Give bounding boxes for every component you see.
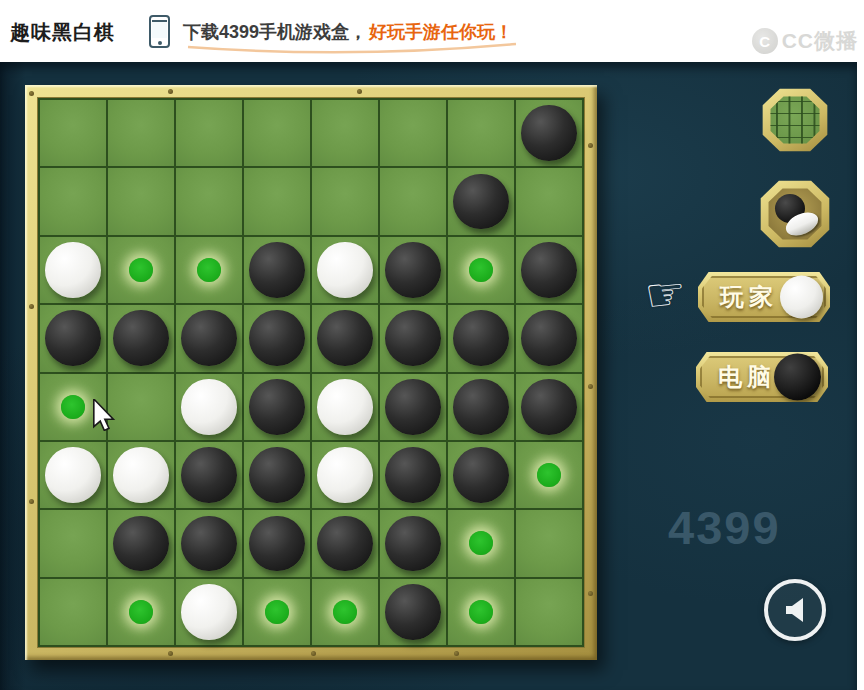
board-cell-r2c3[interactable] (176, 168, 242, 234)
frame-rivet (168, 89, 173, 94)
board-cell-r7c2[interactable] (108, 510, 174, 576)
board-cell-r7c8[interactable] (516, 510, 582, 576)
phone-home-dot (158, 41, 162, 45)
board-cell-r6c6[interactable] (380, 442, 446, 508)
black-piece (181, 447, 236, 503)
black-piece (385, 516, 440, 572)
black-piece (45, 310, 100, 366)
white-piece (317, 242, 372, 298)
board-cell-r1c2[interactable] (108, 100, 174, 166)
board-cell-r8c6[interactable] (380, 579, 446, 645)
board-cell-r1c8[interactable] (516, 100, 582, 166)
sound-button[interactable] (764, 579, 826, 641)
computer-label: 电脑 (718, 361, 776, 393)
legal-move-hint[interactable] (469, 600, 493, 624)
board-cell-r8c3[interactable] (176, 579, 242, 645)
black-piece (249, 242, 304, 298)
frame-rivet (357, 89, 362, 94)
board-cell-r2c8[interactable] (516, 168, 582, 234)
phone-screen (152, 20, 167, 38)
black-piece (385, 447, 440, 503)
board-cell-r4c8[interactable] (516, 305, 582, 371)
board-cell-r7c4[interactable] (244, 510, 310, 576)
board-cell-r3c1[interactable] (40, 237, 106, 303)
computer-button[interactable]: 电脑 (696, 352, 828, 402)
black-piece (521, 379, 576, 435)
frame-rivet (454, 651, 459, 656)
discs-button[interactable] (760, 180, 830, 248)
black-piece (521, 242, 576, 298)
turn-hand-pointer-icon: ☞ (642, 265, 689, 323)
speaker-icon (778, 593, 812, 627)
board-cell-r3c6[interactable] (380, 237, 446, 303)
board-cell-r3c5[interactable] (312, 237, 378, 303)
board-cell-r1c1[interactable] (40, 100, 106, 166)
board-cell-r8c7[interactable] (448, 579, 514, 645)
board-cell-r1c5[interactable] (312, 100, 378, 166)
board-cell-r2c1[interactable] (40, 168, 106, 234)
board-cell-r5c6[interactable] (380, 374, 446, 440)
board-cell-r4c2[interactable] (108, 305, 174, 371)
black-piece (181, 516, 236, 572)
promo-text: 下载4399手机游戏盒， (183, 22, 367, 42)
board-cell-r3c3[interactable] (176, 237, 242, 303)
legal-move-hint[interactable] (197, 258, 221, 282)
frame-rivet (29, 304, 34, 309)
board-cell-r5c5[interactable] (312, 374, 378, 440)
white-piece (181, 379, 236, 435)
black-piece (521, 310, 576, 366)
board-cell-r1c7[interactable] (448, 100, 514, 166)
black-piece (249, 516, 304, 572)
black-piece (385, 310, 440, 366)
board-cell-r4c7[interactable] (448, 305, 514, 371)
black-piece (385, 584, 440, 640)
board-cell-r2c7[interactable] (448, 168, 514, 234)
cc-watermark: C CC微播 (752, 27, 858, 55)
board-cell-r6c4[interactable] (244, 442, 310, 508)
board-cell-r4c1[interactable] (40, 305, 106, 371)
promo-underline (186, 42, 518, 56)
black-piece (249, 447, 304, 503)
new-game-board-button[interactable] (762, 88, 828, 152)
board-cell-r6c7[interactable] (448, 442, 514, 508)
computer-black-disc-icon (774, 354, 821, 401)
board-cell-r7c1[interactable] (40, 510, 106, 576)
discs-icon (768, 188, 822, 240)
legal-move-hint[interactable] (469, 531, 493, 555)
frame-rivet (588, 384, 593, 389)
legal-move-hint[interactable] (333, 600, 357, 624)
board-cell-r5c1[interactable] (40, 374, 106, 440)
board-cell-r8c2[interactable] (108, 579, 174, 645)
promo-banner[interactable]: 下载4399手机游戏盒，好玩手游任你玩！ (183, 20, 513, 44)
board-cell-r7c3[interactable] (176, 510, 242, 576)
board-cell-r2c6[interactable] (380, 168, 446, 234)
board-cell-r7c6[interactable] (380, 510, 446, 576)
frame-rivet (168, 651, 173, 656)
frame-rivet (29, 499, 34, 504)
cc-logo-icon: C (752, 28, 778, 54)
board-cell-r2c2[interactable] (108, 168, 174, 234)
board-cell-r4c4[interactable] (244, 305, 310, 371)
black-piece (249, 310, 304, 366)
board-cell-r7c7[interactable] (448, 510, 514, 576)
legal-move-hint[interactable] (61, 395, 85, 419)
legal-move-hint[interactable] (129, 258, 153, 282)
black-piece (249, 379, 304, 435)
white-piece (317, 379, 372, 435)
top-bar: 趣味黑白棋 下载4399手机游戏盒，好玩手游任你玩！ C CC微播 (0, 0, 864, 62)
white-piece (181, 584, 236, 640)
board-cell-r1c6[interactable] (380, 100, 446, 166)
board-cell-r6c8[interactable] (516, 442, 582, 508)
frame-rivet (588, 591, 593, 596)
player-white-disc-icon (780, 276, 823, 319)
board-cell-r5c2[interactable] (108, 374, 174, 440)
board-cell-r1c3[interactable] (176, 100, 242, 166)
board-cell-r8c5[interactable] (312, 579, 378, 645)
board-cell-r8c1[interactable] (40, 579, 106, 645)
board-cell-r3c7[interactable] (448, 237, 514, 303)
board-cell-r1c4[interactable] (244, 100, 310, 166)
app-title: 趣味黑白棋 (10, 19, 115, 46)
watermark-4399: 4399 (668, 500, 781, 555)
black-piece (453, 174, 508, 230)
board-cell-r5c7[interactable] (448, 374, 514, 440)
white-piece (45, 242, 100, 298)
board-frame (25, 85, 597, 660)
white-piece (113, 447, 168, 503)
board-cell-r3c8[interactable] (516, 237, 582, 303)
white-piece (317, 447, 372, 503)
black-piece (113, 310, 168, 366)
board-cell-r3c4[interactable] (244, 237, 310, 303)
board-cell-r4c3[interactable] (176, 305, 242, 371)
board-cell-r6c1[interactable] (40, 442, 106, 508)
promo-highlight: 好玩手游任你玩！ (369, 22, 513, 42)
black-piece (453, 447, 508, 503)
board-cell-r2c4[interactable] (244, 168, 310, 234)
legal-move-hint[interactable] (469, 258, 493, 282)
board-cell-r6c3[interactable] (176, 442, 242, 508)
board-cell-r8c8[interactable] (516, 579, 582, 645)
board-cell-r7c5[interactable] (312, 510, 378, 576)
black-piece (181, 310, 236, 366)
page: 趣味黑白棋 下载4399手机游戏盒，好玩手游任你玩！ C CC微播 (0, 0, 864, 690)
frame-rivet (29, 91, 34, 96)
black-piece (521, 105, 576, 161)
black-piece (317, 310, 372, 366)
black-piece (453, 310, 508, 366)
board-cell-r4c5[interactable] (312, 305, 378, 371)
player-button[interactable]: 玩家 (698, 272, 830, 322)
player-label: 玩家 (720, 281, 778, 313)
legal-move-hint[interactable] (265, 600, 289, 624)
board-cell-r5c3[interactable] (176, 374, 242, 440)
legal-move-hint[interactable] (129, 600, 153, 624)
white-piece (45, 447, 100, 503)
board-cell-r2c5[interactable] (312, 168, 378, 234)
black-piece (385, 379, 440, 435)
board-cell-r5c8[interactable] (516, 374, 582, 440)
board-cell-r6c2[interactable] (108, 442, 174, 508)
board-grid[interactable] (38, 98, 584, 647)
frame-rivet (588, 143, 593, 148)
board-cell-r4c6[interactable] (380, 305, 446, 371)
cc-watermark-text: CC微播 (782, 27, 858, 55)
black-piece (385, 242, 440, 298)
black-piece (317, 516, 372, 572)
legal-move-hint[interactable] (537, 463, 561, 487)
board-cell-r8c4[interactable] (244, 579, 310, 645)
phone-icon (149, 15, 170, 48)
board-cell-r5c4[interactable] (244, 374, 310, 440)
black-piece (113, 516, 168, 572)
black-piece (453, 379, 508, 435)
board-cell-r6c5[interactable] (312, 442, 378, 508)
board-cell-r3c2[interactable] (108, 237, 174, 303)
frame-rivet (311, 651, 316, 656)
mini-board-icon (770, 96, 820, 144)
game-stage: ☞ 玩家 电脑 4399 (0, 62, 857, 690)
